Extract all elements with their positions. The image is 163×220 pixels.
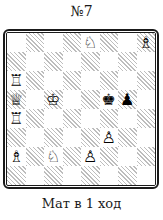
square-c6 xyxy=(44,71,63,90)
square-d4 xyxy=(63,109,82,128)
square-g2 xyxy=(118,147,137,166)
white-pawn: ♙ xyxy=(102,128,116,147)
white-bishop: ♗ xyxy=(9,147,23,166)
square-a7 xyxy=(7,52,26,71)
square-b2 xyxy=(26,147,45,166)
square-d1 xyxy=(63,166,82,185)
square-e7 xyxy=(81,52,100,71)
square-d3 xyxy=(63,128,82,147)
square-e3 xyxy=(81,128,100,147)
chess-puzzle-page: №7 ♘♗♖♕♔♚♟♖♙♗♘♙ Мат в 1 ход xyxy=(0,3,163,212)
board-grid: ♘♗♖♕♔♚♟♖♙♗♘♙ xyxy=(7,33,155,185)
square-f6 xyxy=(100,71,119,90)
white-queen: ♕ xyxy=(9,90,23,109)
square-g7 xyxy=(118,52,137,71)
square-a4: ♖ xyxy=(7,109,26,128)
square-a3 xyxy=(7,128,26,147)
square-e1 xyxy=(81,166,100,185)
square-h3 xyxy=(137,128,156,147)
square-e4 xyxy=(81,109,100,128)
square-h7 xyxy=(137,52,156,71)
square-d5 xyxy=(63,90,82,109)
square-c7 xyxy=(44,52,63,71)
square-f8 xyxy=(100,33,119,52)
black-king: ♚ xyxy=(102,90,116,109)
square-f2 xyxy=(100,147,119,166)
white-knight: ♘ xyxy=(83,33,97,52)
square-g3 xyxy=(118,128,137,147)
square-c1 xyxy=(44,166,63,185)
square-c2: ♘ xyxy=(44,147,63,166)
square-b6 xyxy=(26,71,45,90)
white-rook: ♖ xyxy=(9,71,23,90)
square-a8 xyxy=(7,33,26,52)
square-d8 xyxy=(63,33,82,52)
square-g4 xyxy=(118,109,137,128)
square-h2 xyxy=(137,147,156,166)
square-h6 xyxy=(137,71,156,90)
square-a5: ♕ xyxy=(7,90,26,109)
square-h4 xyxy=(137,109,156,128)
square-b4 xyxy=(26,109,45,128)
puzzle-caption: Мат в 1 ход xyxy=(0,196,163,212)
square-d7 xyxy=(63,52,82,71)
square-f4 xyxy=(100,109,119,128)
square-f5: ♚ xyxy=(100,90,119,109)
square-g6 xyxy=(118,71,137,90)
square-h8: ♗ xyxy=(137,33,156,52)
square-d2 xyxy=(63,147,82,166)
white-bishop: ♗ xyxy=(139,33,153,52)
white-pawn: ♙ xyxy=(83,147,97,166)
square-b3 xyxy=(26,128,45,147)
black-pawn: ♟ xyxy=(120,90,134,109)
chess-board: ♘♗♖♕♔♚♟♖♙♗♘♙ xyxy=(3,29,159,189)
square-e6 xyxy=(81,71,100,90)
square-f3: ♙ xyxy=(100,128,119,147)
square-d6 xyxy=(63,71,82,90)
square-f1 xyxy=(100,166,119,185)
puzzle-number: №7 xyxy=(0,3,163,20)
board-border: ♘♗♖♕♔♚♟♖♙♗♘♙ xyxy=(6,32,156,186)
square-f7 xyxy=(100,52,119,71)
square-b7 xyxy=(26,52,45,71)
square-b1 xyxy=(26,166,45,185)
square-e2: ♙ xyxy=(81,147,100,166)
square-b5 xyxy=(26,90,45,109)
square-h5 xyxy=(137,90,156,109)
white-rook: ♖ xyxy=(9,109,23,128)
white-knight: ♘ xyxy=(46,147,60,166)
square-b8 xyxy=(26,33,45,52)
square-e5 xyxy=(81,90,100,109)
square-h1 xyxy=(137,166,156,185)
square-c4 xyxy=(44,109,63,128)
square-a2: ♗ xyxy=(7,147,26,166)
square-c8 xyxy=(44,33,63,52)
square-a6: ♖ xyxy=(7,71,26,90)
square-g1 xyxy=(118,166,137,185)
square-a1 xyxy=(7,166,26,185)
white-king: ♔ xyxy=(46,90,60,109)
square-g5: ♟ xyxy=(118,90,137,109)
square-e8: ♘ xyxy=(81,33,100,52)
square-c5: ♔ xyxy=(44,90,63,109)
square-c3 xyxy=(44,128,63,147)
square-g8 xyxy=(118,33,137,52)
